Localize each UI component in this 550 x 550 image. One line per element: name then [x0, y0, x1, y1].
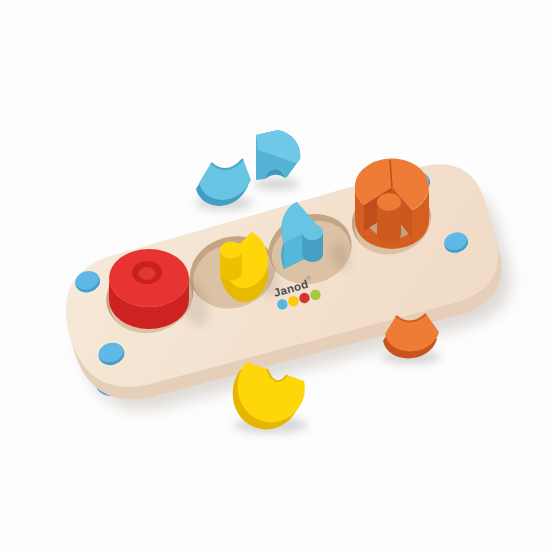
- center-peg-halves-slot: [220, 242, 242, 281]
- red-whole-piece[interactable]: [109, 249, 189, 329]
- shadow-blue-right: [254, 178, 300, 190]
- fractions-puzzle-scene: Janod ®: [0, 0, 550, 550]
- red-dimple-center: [139, 267, 156, 280]
- center-peg-thirds-slot: [302, 224, 323, 262]
- yellow-peg-top: [220, 242, 242, 259]
- product-photo: Janod ®: [0, 0, 550, 550]
- orange-peg-top: [377, 193, 401, 211]
- orange-quarter-pieces-in-slot[interactable]: [355, 159, 429, 249]
- blue-peg-top: [302, 224, 323, 240]
